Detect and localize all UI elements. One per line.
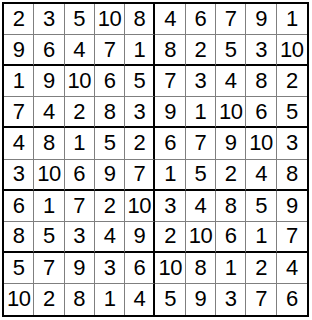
cell-r8c1[interactable]: 8	[4, 222, 34, 253]
cell-r10c2[interactable]: 2	[34, 284, 64, 315]
cell-r3c10[interactable]: 2	[277, 66, 307, 97]
cell-r5c7[interactable]: 7	[186, 128, 216, 159]
cell-r1c3[interactable]: 5	[65, 4, 95, 35]
cell-r8c7[interactable]: 10	[186, 222, 216, 253]
cell-r8c10[interactable]: 7	[277, 222, 307, 253]
cell-r5c4[interactable]: 5	[95, 128, 125, 159]
cell-r9c1[interactable]: 5	[4, 253, 34, 284]
cell-r6c2[interactable]: 10	[34, 160, 64, 191]
cell-r7c9[interactable]: 5	[246, 191, 276, 222]
cell-r3c4[interactable]: 6	[95, 66, 125, 97]
cell-r3c6[interactable]: 7	[155, 66, 185, 97]
cell-r3c2[interactable]: 9	[34, 66, 64, 97]
cell-r6c1[interactable]: 3	[4, 160, 34, 191]
cell-r10c9[interactable]: 7	[246, 284, 276, 315]
cell-r1c9[interactable]: 9	[246, 4, 276, 35]
cell-r8c9[interactable]: 1	[246, 222, 276, 253]
cell-r6c8[interactable]: 2	[216, 160, 246, 191]
cell-r9c3[interactable]: 9	[65, 253, 95, 284]
cell-r10c6[interactable]: 5	[155, 284, 185, 315]
cell-r3c7[interactable]: 3	[186, 66, 216, 97]
cell-r2c6[interactable]: 8	[155, 35, 185, 66]
cell-r8c2[interactable]: 5	[34, 222, 64, 253]
cell-r9c10[interactable]: 4	[277, 253, 307, 284]
cell-r4c9[interactable]: 6	[246, 97, 276, 128]
sudoku-board: 2351084679196471825310191065734827428391…	[2, 2, 309, 317]
cell-r1c6[interactable]: 4	[155, 4, 185, 35]
cell-r7c5[interactable]: 10	[125, 191, 155, 222]
cell-r2c1[interactable]: 9	[4, 35, 34, 66]
cell-r4c8[interactable]: 10	[216, 97, 246, 128]
cell-r5c1[interactable]: 4	[4, 128, 34, 159]
cell-r4c6[interactable]: 9	[155, 97, 185, 128]
cell-r9c6[interactable]: 10	[155, 253, 185, 284]
cell-r4c1[interactable]: 7	[4, 97, 34, 128]
cell-r4c5[interactable]: 3	[125, 97, 155, 128]
cell-r10c8[interactable]: 3	[216, 284, 246, 315]
cell-r4c2[interactable]: 4	[34, 97, 64, 128]
cell-r7c10[interactable]: 9	[277, 191, 307, 222]
cell-r2c3[interactable]: 4	[65, 35, 95, 66]
cell-r1c8[interactable]: 7	[216, 4, 246, 35]
cell-r9c8[interactable]: 1	[216, 253, 246, 284]
cell-r9c7[interactable]: 8	[186, 253, 216, 284]
cell-r5c9[interactable]: 10	[246, 128, 276, 159]
cell-r5c8[interactable]: 9	[216, 128, 246, 159]
cell-r10c1[interactable]: 10	[4, 284, 34, 315]
cell-r5c6[interactable]: 6	[155, 128, 185, 159]
cell-r10c7[interactable]: 9	[186, 284, 216, 315]
cell-r7c6[interactable]: 3	[155, 191, 185, 222]
cell-r2c9[interactable]: 3	[246, 35, 276, 66]
cell-r6c3[interactable]: 6	[65, 160, 95, 191]
cell-r8c8[interactable]: 6	[216, 222, 246, 253]
cell-r7c3[interactable]: 7	[65, 191, 95, 222]
cell-r8c3[interactable]: 3	[65, 222, 95, 253]
cell-r10c10[interactable]: 6	[277, 284, 307, 315]
cell-r9c9[interactable]: 2	[246, 253, 276, 284]
cell-r1c4[interactable]: 10	[95, 4, 125, 35]
cell-r4c7[interactable]: 1	[186, 97, 216, 128]
cell-r2c10[interactable]: 10	[277, 35, 307, 66]
cell-r4c10[interactable]: 5	[277, 97, 307, 128]
cell-r1c10[interactable]: 1	[277, 4, 307, 35]
cell-r6c5[interactable]: 7	[125, 160, 155, 191]
cell-r7c7[interactable]: 4	[186, 191, 216, 222]
cell-r6c6[interactable]: 1	[155, 160, 185, 191]
cell-r9c5[interactable]: 6	[125, 253, 155, 284]
cell-r8c5[interactable]: 9	[125, 222, 155, 253]
cell-r2c5[interactable]: 1	[125, 35, 155, 66]
cell-r7c4[interactable]: 2	[95, 191, 125, 222]
cell-r7c2[interactable]: 1	[34, 191, 64, 222]
cell-r10c3[interactable]: 8	[65, 284, 95, 315]
cell-r3c3[interactable]: 10	[65, 66, 95, 97]
cell-r8c4[interactable]: 4	[95, 222, 125, 253]
cell-r1c7[interactable]: 6	[186, 4, 216, 35]
cell-r8c6[interactable]: 2	[155, 222, 185, 253]
cell-r7c8[interactable]: 8	[216, 191, 246, 222]
cell-r6c10[interactable]: 8	[277, 160, 307, 191]
cell-r10c4[interactable]: 1	[95, 284, 125, 315]
cell-r3c8[interactable]: 4	[216, 66, 246, 97]
cell-r6c4[interactable]: 9	[95, 160, 125, 191]
cell-r2c4[interactable]: 7	[95, 35, 125, 66]
cell-r1c2[interactable]: 3	[34, 4, 64, 35]
cell-r1c1[interactable]: 2	[4, 4, 34, 35]
cell-r4c3[interactable]: 2	[65, 97, 95, 128]
cell-r2c8[interactable]: 5	[216, 35, 246, 66]
cell-r5c2[interactable]: 8	[34, 128, 64, 159]
cell-r5c10[interactable]: 3	[277, 128, 307, 159]
cell-r10c5[interactable]: 4	[125, 284, 155, 315]
cell-r3c1[interactable]: 1	[4, 66, 34, 97]
cell-r7c1[interactable]: 6	[4, 191, 34, 222]
cell-r2c7[interactable]: 2	[186, 35, 216, 66]
cell-r9c2[interactable]: 7	[34, 253, 64, 284]
cell-r1c5[interactable]: 8	[125, 4, 155, 35]
cell-r2c2[interactable]: 6	[34, 35, 64, 66]
cell-r5c5[interactable]: 2	[125, 128, 155, 159]
cell-r9c4[interactable]: 3	[95, 253, 125, 284]
cell-r4c4[interactable]: 8	[95, 97, 125, 128]
cell-r6c9[interactable]: 4	[246, 160, 276, 191]
cell-r5c3[interactable]: 1	[65, 128, 95, 159]
cell-r3c5[interactable]: 5	[125, 66, 155, 97]
cell-r6c7[interactable]: 5	[186, 160, 216, 191]
cell-r3c9[interactable]: 8	[246, 66, 276, 97]
